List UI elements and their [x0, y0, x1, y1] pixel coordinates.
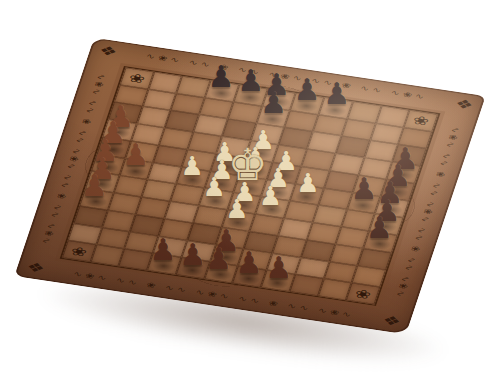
corner-rosette-icon: ❀	[63, 241, 95, 261]
celtic-knot-icon: ❖	[376, 311, 407, 330]
attacker-piece[interactable]: ♟	[81, 170, 108, 200]
attacker-piece[interactable]: ♟	[366, 213, 393, 243]
board-grid: ❀♟♟♟♟♟❀♟♟♟♟♟♟♟♟♟♟♟♟♟♚♟♟♟♟♟♟♟♟♟♟♟♟♟❀♟♟♟♟♟…	[60, 66, 441, 306]
defender-piece[interactable]: ♟	[297, 170, 320, 196]
celtic-knot-icon: ❖	[20, 258, 51, 277]
attacker-piece[interactable]: ♟	[205, 243, 232, 273]
defender-piece[interactable]: ♟	[203, 174, 226, 200]
attacker-piece[interactable]: ♟	[293, 75, 320, 105]
board-cell[interactable]: ❀	[346, 283, 380, 305]
attacker-piece[interactable]: ♟	[324, 80, 351, 110]
celtic-knot-icon: ❖	[93, 41, 124, 60]
defender-piece[interactable]: ♟	[259, 183, 282, 209]
corner-rosette-icon: ❀	[347, 284, 379, 304]
attacker-piece[interactable]: ♟	[180, 240, 207, 270]
attacker-piece[interactable]: ♟	[122, 140, 149, 170]
attacker-piece[interactable]: ♟	[149, 235, 176, 265]
attacker-piece[interactable]: ♟	[236, 248, 263, 278]
attacker-piece[interactable]: ♟	[260, 88, 287, 118]
defender-piece[interactable]: ♟	[180, 153, 203, 179]
attacker-piece[interactable]: ♟	[266, 253, 293, 283]
defender-piece[interactable]: ♟	[225, 196, 248, 222]
attacker-piece[interactable]: ♟	[207, 62, 234, 92]
photo-scene: ∿❀∿ ∿∿ ❀ ∿∿ ∿❀∿ ∿∿ ❀ ∿∿ ∿❀∿ ∿❀∿ ∿∿ ❀ ∿∿ …	[0, 0, 500, 382]
celtic-knot-icon: ❖	[449, 95, 480, 114]
